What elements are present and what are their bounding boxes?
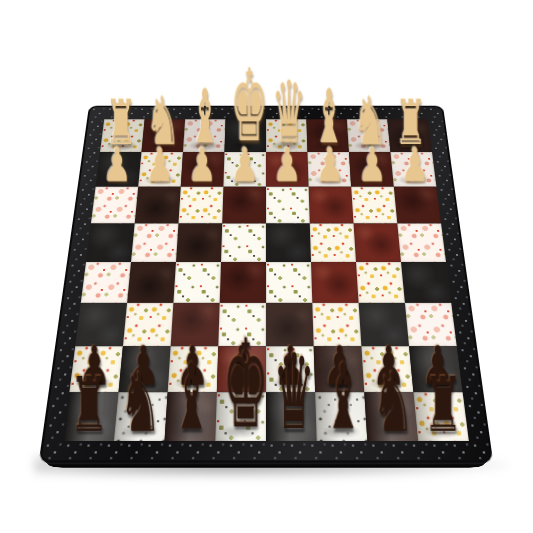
white-pawn[interactable]: ♟ [227,141,263,188]
white-pawn[interactable]: ♟ [269,141,305,188]
square-a8[interactable]: ♜ [413,392,468,441]
white-pawn[interactable]: ♟ [312,141,348,188]
white-pawn[interactable]: ♟ [184,141,220,188]
square-e5[interactable] [220,262,266,303]
white-pawn[interactable]: ♟ [397,141,433,188]
square-d5[interactable] [266,262,312,303]
square-a4[interactable] [397,223,446,262]
square-c8[interactable]: ♝ [315,392,367,441]
black-queen[interactable]: ♛ [273,340,309,444]
square-a3[interactable] [394,187,441,224]
square-g5[interactable] [127,262,176,303]
square-b4[interactable] [354,223,401,262]
square-h3[interactable] [91,187,138,224]
square-f2[interactable]: ♟ [181,152,225,187]
square-b3[interactable] [351,187,397,224]
square-d3[interactable] [266,187,310,224]
black-knight[interactable]: ♞ [372,361,413,443]
square-h4[interactable] [86,223,135,262]
square-c4[interactable] [310,223,356,262]
square-g8[interactable]: ♞ [114,392,168,441]
board-frame: ♜♞♝♚♛♝♞♜♟♟♟♟♟♟♟♟♟♟♟♟♟♟♟♟♜♞♝♚♛♝♞♜ [41,107,490,460]
white-pawn[interactable]: ♟ [142,141,178,188]
square-e4[interactable] [221,223,266,262]
square-b2[interactable]: ♟ [349,152,394,187]
square-d8[interactable]: ♛ [266,392,317,441]
square-d4[interactable] [266,223,311,262]
square-e8[interactable]: ♚ [215,392,266,441]
black-rook[interactable]: ♜ [69,367,108,443]
square-b8[interactable]: ♞ [364,392,418,441]
chess-board: ♜♞♝♚♛♝♞♜♟♟♟♟♟♟♟♟♟♟♟♟♟♟♟♟♜♞♝♚♛♝♞♜ [41,107,490,460]
board-front-edge [44,460,489,467]
square-f5[interactable] [173,262,221,303]
square-d2[interactable]: ♟ [266,152,309,187]
black-king[interactable]: ♚ [223,323,259,445]
square-a5[interactable] [401,262,451,303]
square-c3[interactable] [309,187,354,224]
square-c5[interactable] [311,262,359,303]
square-g4[interactable] [131,223,178,262]
square-e2[interactable]: ♟ [223,152,266,187]
black-knight[interactable]: ♞ [119,361,160,443]
square-c2[interactable]: ♟ [307,152,351,187]
square-b5[interactable] [356,262,405,303]
square-h5[interactable] [81,262,131,303]
square-g3[interactable] [135,187,181,224]
square-a2[interactable]: ♟ [390,152,436,187]
square-g2[interactable]: ♟ [138,152,183,187]
square-f4[interactable] [176,223,222,262]
black-rook[interactable]: ♜ [423,367,462,443]
square-e3[interactable] [222,187,266,224]
square-f3[interactable] [178,187,223,224]
black-bishop[interactable]: ♝ [324,353,360,444]
black-bishop[interactable]: ♝ [172,353,208,444]
square-f8[interactable]: ♝ [165,392,217,441]
white-pawn[interactable]: ♟ [99,141,135,188]
chess-photo-scene: ♜♞♝♚♛♝♞♜♟♟♟♟♟♟♟♟♟♟♟♟♟♟♟♟♜♞♝♚♛♝♞♜ [0,0,533,533]
square-h8[interactable]: ♜ [63,392,118,441]
square-h2[interactable]: ♟ [96,152,142,187]
board-grid: ♜♞♝♚♛♝♞♜♟♟♟♟♟♟♟♟♟♟♟♟♟♟♟♟♜♞♝♚♛♝♞♜ [63,119,469,441]
white-pawn[interactable]: ♟ [354,141,390,188]
